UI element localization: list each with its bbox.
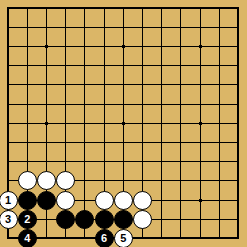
- hoshi-point: [122, 45, 125, 48]
- white-stone: [56, 191, 75, 210]
- hoshi-point: [45, 45, 48, 48]
- grid-line-vertical: [180, 8, 181, 238]
- black-stone: [114, 210, 133, 229]
- grid-line-vertical: [161, 8, 162, 238]
- white-stone: [95, 191, 114, 210]
- white-stone-move-1: 1: [0, 191, 18, 210]
- black-stone: [75, 210, 94, 229]
- hoshi-point: [122, 122, 125, 125]
- white-stone: [114, 191, 133, 210]
- grid-line-vertical: [219, 8, 220, 238]
- black-stone: [56, 210, 75, 229]
- white-stone-move-5: 5: [114, 229, 133, 247]
- black-stone: [95, 210, 114, 229]
- hoshi-point: [199, 199, 202, 202]
- hoshi-point: [199, 122, 202, 125]
- hoshi-point: [45, 122, 48, 125]
- white-stone: [133, 191, 152, 210]
- white-stone-move-3: 3: [0, 210, 18, 229]
- white-stone: [133, 210, 152, 229]
- white-stone: [18, 171, 37, 190]
- grid-line-horizontal: [8, 142, 238, 143]
- go-board[interactable]: 132465: [0, 0, 247, 247]
- black-stone-move-4: 4: [18, 229, 37, 247]
- black-stone-move-6: 6: [95, 229, 114, 247]
- grid-line-horizontal: [8, 161, 238, 162]
- black-stone: [37, 191, 56, 210]
- black-stone: [18, 191, 37, 210]
- black-stone-move-2: 2: [18, 210, 37, 229]
- hoshi-point: [199, 45, 202, 48]
